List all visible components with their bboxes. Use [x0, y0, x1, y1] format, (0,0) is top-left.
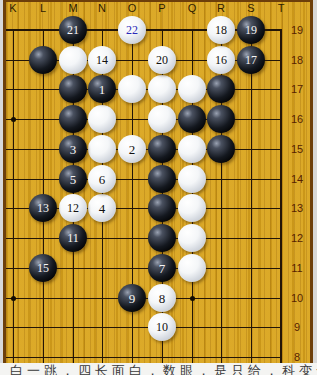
star-point-K10	[11, 296, 16, 301]
grid-line-h-12	[6, 238, 282, 239]
stone-Q17[interactable]	[178, 75, 206, 103]
board-frame-left	[3, 0, 6, 363]
stone-M13[interactable]: 12	[59, 194, 87, 222]
move-number-10: 10	[156, 321, 168, 333]
stone-P17[interactable]	[148, 75, 176, 103]
go-diagram: 白一跳，四长面白，数眼，是只给，科变化，继续 KLMNOPQRST1918171…	[0, 0, 317, 375]
move-number-2: 2	[129, 143, 136, 156]
stone-S19[interactable]: 19	[237, 16, 265, 44]
row-label-8: 8	[285, 350, 309, 364]
move-number-5: 5	[70, 173, 77, 186]
stone-P9[interactable]: 10	[148, 313, 176, 341]
move-number-1: 1	[99, 83, 106, 96]
stone-P11[interactable]: 7	[148, 254, 176, 282]
move-number-4: 4	[99, 202, 106, 215]
row-label-12: 12	[285, 231, 309, 245]
stone-Q14[interactable]	[178, 165, 206, 193]
move-number-15: 15	[37, 262, 49, 274]
row-label-19: 19	[285, 23, 309, 37]
grid-line-v-S	[251, 29, 252, 363]
move-number-21: 21	[67, 24, 79, 36]
stone-R19[interactable]: 18	[207, 16, 235, 44]
stone-L13[interactable]: 13	[29, 194, 57, 222]
column-label-P: P	[152, 2, 172, 15]
stone-N17[interactable]: 1	[88, 75, 116, 103]
move-number-11: 11	[67, 232, 79, 244]
stone-P10[interactable]: 8	[148, 284, 176, 312]
caption-text: 白一跳，四长面白，数眼，是只给，科变化，继续	[0, 363, 317, 375]
stone-M12[interactable]: 11	[59, 224, 87, 252]
stone-R15[interactable]	[207, 135, 235, 163]
grid-line-v-K	[13, 29, 14, 363]
row-label-17: 17	[285, 82, 309, 96]
grid-line-h-16	[6, 119, 282, 120]
stone-Q13[interactable]	[178, 194, 206, 222]
move-number-14: 14	[96, 54, 108, 66]
stone-N16[interactable]	[88, 105, 116, 133]
stone-P14[interactable]	[148, 165, 176, 193]
stone-R18[interactable]: 16	[207, 46, 235, 74]
column-label-T: T	[271, 2, 291, 15]
move-number-8: 8	[159, 292, 166, 305]
stone-Q11[interactable]	[178, 254, 206, 282]
grid-line-h-9	[6, 327, 282, 328]
column-label-S: S	[241, 2, 261, 15]
move-number-12: 12	[67, 202, 79, 214]
row-label-10: 10	[285, 291, 309, 305]
move-number-18: 18	[215, 24, 227, 36]
column-label-Q: Q	[182, 2, 202, 15]
move-number-3: 3	[70, 143, 77, 156]
stone-M18[interactable]	[59, 46, 87, 74]
stone-L18[interactable]	[29, 46, 57, 74]
stone-P13[interactable]	[148, 194, 176, 222]
column-label-O: O	[122, 2, 142, 15]
board-frame-right	[310, 0, 313, 363]
stone-Q12[interactable]	[178, 224, 206, 252]
star-point-Q10	[190, 296, 195, 301]
move-number-22: 22	[126, 24, 138, 36]
stone-P16[interactable]	[148, 105, 176, 133]
stone-O10[interactable]: 9	[118, 284, 146, 312]
stone-R16[interactable]	[207, 105, 235, 133]
stone-R17[interactable]	[207, 75, 235, 103]
stone-O19[interactable]: 22	[118, 16, 146, 44]
grid-line-h-8	[6, 357, 282, 358]
stone-S18[interactable]: 17	[237, 46, 265, 74]
stone-P15[interactable]	[148, 135, 176, 163]
column-label-R: R	[211, 2, 231, 15]
stone-M14[interactable]: 5	[59, 165, 87, 193]
column-label-K: K	[3, 2, 23, 15]
stone-M15[interactable]: 3	[59, 135, 87, 163]
row-label-13: 13	[285, 201, 309, 215]
move-number-13: 13	[37, 202, 49, 214]
row-label-14: 14	[285, 172, 309, 186]
stone-N14[interactable]: 6	[88, 165, 116, 193]
stone-O15[interactable]: 2	[118, 135, 146, 163]
row-label-18: 18	[285, 53, 309, 67]
stone-P18[interactable]: 20	[148, 46, 176, 74]
stone-N15[interactable]	[88, 135, 116, 163]
caption: 白一跳，四长面白，数眼，是只给，科变化，继续	[0, 363, 317, 375]
stone-N18[interactable]: 14	[88, 46, 116, 74]
grid-line-h-14	[6, 179, 282, 180]
move-number-9: 9	[129, 292, 136, 305]
row-label-11: 11	[285, 261, 309, 275]
row-label-16: 16	[285, 112, 309, 126]
column-label-L: L	[33, 2, 53, 15]
stone-N13[interactable]: 4	[88, 194, 116, 222]
stone-Q15[interactable]	[178, 135, 206, 163]
stone-M17[interactable]	[59, 75, 87, 103]
stone-O17[interactable]	[118, 75, 146, 103]
stone-L11[interactable]: 15	[29, 254, 57, 282]
row-label-9: 9	[285, 320, 309, 334]
move-number-19: 19	[245, 24, 257, 36]
column-label-N: N	[92, 2, 112, 15]
grid-line-v-T	[280, 29, 282, 363]
row-label-15: 15	[285, 142, 309, 156]
column-label-M: M	[63, 2, 83, 15]
star-point-K16	[11, 117, 16, 122]
stone-Q16[interactable]	[178, 105, 206, 133]
stone-P12[interactable]	[148, 224, 176, 252]
move-number-7: 7	[159, 262, 166, 275]
move-number-20: 20	[156, 54, 168, 66]
stone-M19[interactable]: 21	[59, 16, 87, 44]
stone-M16[interactable]	[59, 105, 87, 133]
move-number-6: 6	[99, 173, 106, 186]
move-number-16: 16	[215, 54, 227, 66]
move-number-17: 17	[245, 54, 257, 66]
